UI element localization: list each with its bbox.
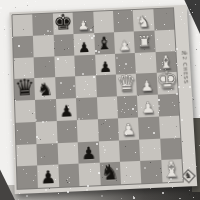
square-c3: ♟ xyxy=(118,117,140,140)
square-e3: ♛ xyxy=(116,74,137,96)
black-knight: ♞ xyxy=(37,80,54,99)
square-e7: ♞ xyxy=(35,77,56,99)
square-h6: ♚ xyxy=(53,13,74,35)
white-bishop: ♝ xyxy=(161,158,182,181)
square-c2 xyxy=(138,116,160,139)
square-c1 xyxy=(159,115,181,138)
square-f3 xyxy=(115,52,136,74)
black-knight: ♞ xyxy=(100,162,120,184)
square-d8 xyxy=(15,100,36,123)
black-queen: ♛ xyxy=(14,76,35,99)
square-b7 xyxy=(37,143,58,166)
board-wrapper: ♚♟♞♟♝♟♜♟♝♛♞♛♟♚♟♟♟♟♟♞♝ №2 CHESS ♞ xyxy=(9,5,197,194)
white-rook: ♜ xyxy=(137,34,153,51)
square-e6 xyxy=(55,77,76,99)
square-d2: ♟ xyxy=(137,95,158,118)
white-pawn: ♟ xyxy=(141,100,156,116)
square-e4 xyxy=(96,75,117,97)
black-pawn: ♟ xyxy=(81,145,97,163)
square-g5: ♟ xyxy=(74,33,95,55)
square-b6 xyxy=(57,142,78,165)
square-a2 xyxy=(140,160,162,183)
square-h2: ♞ xyxy=(133,9,154,31)
square-f7 xyxy=(34,56,55,78)
board-grid: ♚♟♞♟♝♟♜♟♝♛♞♛♟♚♟♟♟♟♟♞♝ xyxy=(12,8,182,188)
square-d1 xyxy=(157,94,179,117)
square-a5 xyxy=(79,163,101,186)
square-h8 xyxy=(12,14,33,36)
white-pawn: ♟ xyxy=(140,79,154,95)
black-king: ♚ xyxy=(53,12,73,34)
square-f4: ♟ xyxy=(95,53,116,75)
white-knight: ♞ xyxy=(136,14,151,30)
square-g8 xyxy=(13,36,34,58)
square-b5: ♟ xyxy=(78,141,99,164)
square-g3: ♟ xyxy=(114,31,135,53)
square-e1: ♚ xyxy=(156,72,177,94)
square-d3 xyxy=(117,95,138,118)
square-d4 xyxy=(96,96,117,119)
black-pawn: ♟ xyxy=(40,168,56,186)
square-a1: ♝ xyxy=(161,159,183,182)
square-c8 xyxy=(16,122,37,145)
black-pawn: ♟ xyxy=(78,40,91,54)
square-g2: ♜ xyxy=(134,30,155,52)
square-f6 xyxy=(54,55,75,77)
square-a7: ♟ xyxy=(38,165,59,188)
square-c6 xyxy=(57,120,78,143)
square-b8 xyxy=(16,144,37,167)
square-b1 xyxy=(160,137,182,160)
white-king: ♚ xyxy=(155,68,178,93)
black-bishop: ♝ xyxy=(96,35,112,53)
square-a8 xyxy=(17,166,38,189)
square-d6: ♟ xyxy=(56,98,77,121)
square-h5: ♟ xyxy=(73,12,94,34)
square-b2 xyxy=(139,138,161,161)
square-h1 xyxy=(153,8,174,30)
square-a4: ♞ xyxy=(99,162,121,185)
square-f1: ♝ xyxy=(155,51,176,73)
square-g6 xyxy=(53,34,74,56)
black-pawn: ♟ xyxy=(98,60,112,75)
square-e8: ♛ xyxy=(14,78,35,101)
square-g1 xyxy=(154,29,175,51)
square-h7 xyxy=(33,13,54,35)
square-a6 xyxy=(58,164,79,187)
board-rim: ♚♟♞♟♝♟♜♟♝♛♞♛♟♚♟♟♟♟♟♞♝ №2 CHESS ♞ xyxy=(9,5,197,194)
square-c7 xyxy=(36,121,57,144)
square-e5 xyxy=(75,76,96,98)
chessboard-photo: ♚♟♞♟♝♟♜♟♝♛♞♛♟♚♟♟♟♟♟♞♝ №2 CHESS ♞ xyxy=(0,0,200,200)
square-g7 xyxy=(33,35,54,57)
square-c4 xyxy=(97,118,118,141)
square-f8 xyxy=(14,57,35,79)
white-pawn: ♟ xyxy=(121,122,136,139)
square-f2 xyxy=(135,52,156,74)
square-d5 xyxy=(76,97,97,120)
square-e2: ♟ xyxy=(136,73,157,95)
square-b4 xyxy=(98,140,120,163)
square-g4: ♝ xyxy=(94,32,115,54)
square-h4 xyxy=(93,11,114,33)
square-h3 xyxy=(113,10,134,32)
white-bishop: ♝ xyxy=(157,53,174,72)
white-queen: ♛ xyxy=(116,72,137,95)
white-pawn: ♟ xyxy=(77,19,89,33)
square-a3 xyxy=(120,161,142,184)
square-c5 xyxy=(77,119,98,142)
square-b3 xyxy=(119,139,141,162)
board-edge-text: №2 CHESS xyxy=(181,50,189,84)
black-pawn: ♟ xyxy=(59,103,74,119)
white-pawn: ♟ xyxy=(118,38,131,52)
square-f5 xyxy=(74,54,95,76)
square-d7 xyxy=(35,99,56,122)
